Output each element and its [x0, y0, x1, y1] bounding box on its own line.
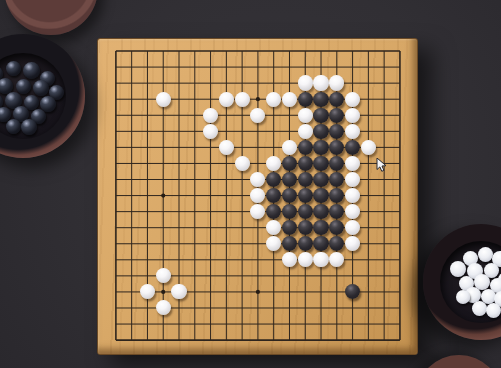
bowl-white-stone — [456, 290, 470, 304]
black-stone — [329, 140, 344, 155]
white-stone — [313, 252, 328, 267]
white-stone — [156, 92, 171, 107]
black-stone — [313, 236, 328, 251]
white-stone — [282, 92, 297, 107]
intersection[interactable] — [218, 91, 234, 107]
black-stone — [313, 156, 328, 171]
white-stone — [203, 124, 218, 139]
star-point — [161, 290, 165, 294]
white-stone — [345, 108, 360, 123]
bowl-black-stone — [33, 80, 49, 96]
white-stone — [298, 124, 313, 139]
black-stone — [282, 220, 297, 235]
black-stone — [329, 92, 344, 107]
mouse-cursor-icon — [376, 158, 388, 177]
bowl-black-stone — [16, 79, 31, 94]
black-stone — [345, 140, 360, 155]
intersection[interactable] — [234, 155, 250, 171]
black-stone-bowl — [0, 34, 85, 158]
intersection[interactable] — [297, 123, 313, 139]
black-stone — [313, 220, 328, 235]
black-stone — [282, 188, 297, 203]
intersection[interactable] — [313, 75, 329, 91]
intersection[interactable] — [297, 91, 313, 107]
black-bowl-cavity — [0, 53, 66, 139]
black-stone — [298, 92, 313, 107]
board-grid — [108, 43, 408, 348]
bowl-lid-bottom-right — [416, 355, 501, 368]
white-stone — [203, 108, 218, 123]
intersection[interactable] — [155, 91, 171, 107]
white-stone — [345, 204, 360, 219]
star-point — [256, 290, 260, 294]
white-stone — [156, 268, 171, 283]
black-stone — [298, 220, 313, 235]
bowl-white-stone — [450, 261, 466, 277]
white-stone — [313, 75, 328, 90]
star-point — [256, 97, 260, 101]
white-stone — [345, 92, 360, 107]
black-stone — [313, 108, 328, 123]
intersection[interactable] — [297, 107, 313, 123]
black-stone — [282, 156, 297, 171]
black-stone — [313, 172, 328, 187]
black-stone — [313, 124, 328, 139]
white-stone — [219, 92, 234, 107]
white-stone — [298, 252, 313, 267]
white-stone — [235, 156, 250, 171]
intersection[interactable] — [313, 123, 329, 139]
black-stone — [282, 172, 297, 187]
bowl-black-stone — [6, 61, 21, 76]
intersection[interactable] — [297, 75, 313, 91]
white-stone — [345, 188, 360, 203]
bowl-white-stone — [486, 303, 501, 318]
black-stone — [329, 108, 344, 123]
go-board — [97, 38, 418, 355]
black-stone — [313, 92, 328, 107]
bowl-white-stone — [478, 247, 493, 262]
white-stone — [361, 140, 376, 155]
white-stone — [298, 75, 313, 90]
black-stone — [298, 172, 313, 187]
white-stone — [345, 124, 360, 139]
bowl-black-stone — [23, 62, 40, 79]
white-stone — [345, 172, 360, 187]
intersection[interactable] — [313, 107, 329, 123]
intersection[interactable] — [313, 171, 329, 187]
black-stone — [298, 204, 313, 219]
intersection[interactable] — [313, 155, 329, 171]
black-stone — [282, 204, 297, 219]
white-stone — [345, 220, 360, 235]
white-stone — [266, 156, 281, 171]
bowl-black-stone — [6, 119, 21, 134]
intersection[interactable] — [297, 139, 313, 155]
bowl-black-stone — [21, 119, 37, 135]
black-stone — [298, 156, 313, 171]
black-stone — [298, 188, 313, 203]
white-stone — [345, 156, 360, 171]
black-stone — [329, 124, 344, 139]
table-surface — [0, 0, 501, 368]
white-stone — [298, 108, 313, 123]
white-stone-bowl — [423, 224, 501, 340]
white-bowl-cavity — [440, 241, 501, 323]
white-stone — [266, 92, 281, 107]
white-stone — [329, 75, 344, 90]
white-stone — [171, 284, 186, 299]
white-stone — [219, 140, 234, 155]
black-stone — [298, 236, 313, 251]
intersection[interactable] — [234, 91, 250, 107]
black-stone — [313, 188, 328, 203]
intersection[interactable] — [313, 139, 329, 155]
black-stone — [313, 204, 328, 219]
bowl-lid-top-left — [4, 0, 98, 35]
intersection[interactable] — [313, 187, 329, 203]
star-point — [161, 193, 165, 197]
black-stone — [282, 236, 297, 251]
black-stone — [313, 140, 328, 155]
intersection[interactable] — [313, 91, 329, 107]
intersection[interactable] — [313, 203, 329, 219]
black-stone — [298, 140, 313, 155]
bowl-white-stone — [472, 301, 487, 316]
white-stone — [282, 140, 297, 155]
white-stone — [235, 92, 250, 107]
intersection[interactable] — [313, 219, 329, 235]
